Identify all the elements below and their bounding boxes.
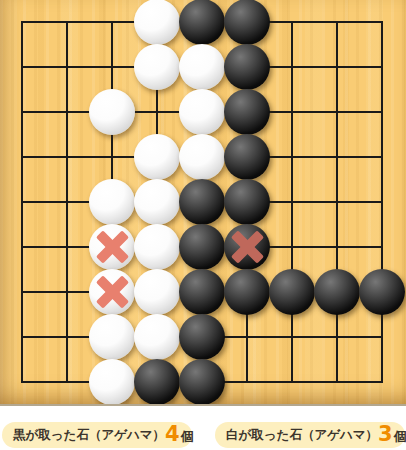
stone-black xyxy=(179,359,225,405)
capture-x-mark xyxy=(89,224,135,270)
stone-white xyxy=(89,224,135,270)
stone-black xyxy=(179,179,225,225)
capture-x-mark xyxy=(89,269,135,315)
stone-black xyxy=(359,269,405,315)
stone-black xyxy=(224,269,270,315)
stone-black xyxy=(134,359,180,405)
stone-black xyxy=(179,224,225,270)
stone-white xyxy=(179,44,225,90)
stone-black xyxy=(269,269,315,315)
stone-black xyxy=(224,134,270,180)
stone-white xyxy=(134,44,180,90)
stone-black xyxy=(179,0,225,45)
capture-x-mark xyxy=(224,224,270,270)
stone-black xyxy=(179,269,225,315)
stone-white xyxy=(89,314,135,360)
stone-white xyxy=(134,224,180,270)
black-captures-value: 4 個 xyxy=(165,424,194,446)
stone-white xyxy=(134,179,180,225)
white-captures-label: 白が取った石（アゲハマ） xyxy=(226,427,378,444)
black-captures-unit: 個 xyxy=(181,428,194,446)
white-captures-count: 3 xyxy=(378,424,393,445)
stone-white xyxy=(89,179,135,225)
black-captures-pill: 黒が取った石（アゲハマ） 4 個 xyxy=(2,422,192,448)
stone-white xyxy=(134,0,180,45)
white-captures-value: 3 個 xyxy=(378,424,406,446)
black-captures-label: 黒が取った石（アゲハマ） xyxy=(13,427,165,444)
stone-white xyxy=(134,269,180,315)
capture-tray-bar: 黒が取った石（アゲハマ） 4 個 白が取った石（アゲハマ） 3 個 xyxy=(0,406,406,450)
stone-white xyxy=(179,134,225,180)
stone-white xyxy=(89,269,135,315)
stone-white xyxy=(179,89,225,135)
stone-white xyxy=(134,134,180,180)
stone-white xyxy=(89,89,135,135)
stone-black xyxy=(314,269,360,315)
go-board xyxy=(0,0,406,406)
stone-black xyxy=(179,314,225,360)
stone-black xyxy=(224,179,270,225)
black-captures-count: 4 xyxy=(165,424,180,445)
stone-white xyxy=(89,359,135,405)
white-captures-unit: 個 xyxy=(394,428,406,446)
white-captures-pill: 白が取った石（アゲハマ） 3 個 xyxy=(215,422,405,448)
stone-black xyxy=(224,0,270,45)
stone-white xyxy=(134,314,180,360)
stone-black xyxy=(224,44,270,90)
stone-black xyxy=(224,224,270,270)
stone-black xyxy=(224,89,270,135)
